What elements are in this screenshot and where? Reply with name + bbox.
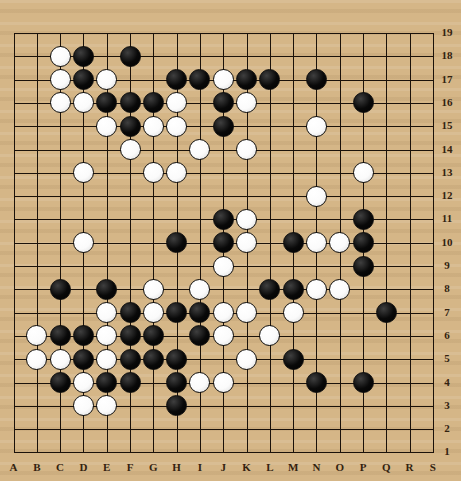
column-label-C: C <box>50 461 70 473</box>
stone-black-H4 <box>166 372 187 393</box>
stone-white-E15 <box>96 116 117 137</box>
stone-white-B6 <box>26 325 47 346</box>
stone-white-J6 <box>213 325 234 346</box>
stone-white-K14 <box>236 139 257 160</box>
stone-white-N12 <box>306 186 327 207</box>
grid-line-horizontal <box>14 452 434 453</box>
stone-white-G15 <box>143 116 164 137</box>
stone-black-H7 <box>166 302 187 323</box>
row-label-9: 9 <box>438 259 456 271</box>
row-label-2: 2 <box>438 422 456 434</box>
stone-white-G7 <box>143 302 164 323</box>
go-board[interactable]: ABCDEFGHIJKLMNOPQRS 19181716151413121110… <box>0 0 461 481</box>
stone-black-P4 <box>353 372 374 393</box>
stone-white-J9 <box>213 256 234 277</box>
stone-white-E7 <box>96 302 117 323</box>
row-label-19: 19 <box>438 26 456 38</box>
stone-white-I8 <box>189 279 210 300</box>
grid-line-horizontal <box>14 429 434 430</box>
stone-black-I6 <box>189 325 210 346</box>
row-label-14: 14 <box>438 143 456 155</box>
stone-white-L6 <box>259 325 280 346</box>
row-label-8: 8 <box>438 282 456 294</box>
stone-black-L17 <box>259 69 280 90</box>
stone-white-F14 <box>120 139 141 160</box>
row-label-7: 7 <box>438 306 456 318</box>
stone-white-M7 <box>283 302 304 323</box>
column-label-P: P <box>353 461 373 473</box>
stone-white-H13 <box>166 162 187 183</box>
stone-white-J4 <box>213 372 234 393</box>
stone-black-P16 <box>353 92 374 113</box>
column-label-I: I <box>190 461 210 473</box>
stone-black-H10 <box>166 232 187 253</box>
stone-white-G13 <box>143 162 164 183</box>
stone-black-E8 <box>96 279 117 300</box>
grid-line-horizontal <box>14 196 434 197</box>
stone-white-P13 <box>353 162 374 183</box>
stone-black-F6 <box>120 325 141 346</box>
stone-white-K16 <box>236 92 257 113</box>
stone-white-N15 <box>306 116 327 137</box>
stone-white-D13 <box>73 162 94 183</box>
stone-black-F15 <box>120 116 141 137</box>
stone-white-C5 <box>50 349 71 370</box>
stone-white-K10 <box>236 232 257 253</box>
stone-black-D18 <box>73 46 94 67</box>
column-label-D: D <box>73 461 93 473</box>
grid-line-vertical <box>386 33 387 453</box>
grid-line-horizontal <box>14 150 434 151</box>
stone-white-O10 <box>329 232 350 253</box>
column-label-J: J <box>213 461 233 473</box>
stone-white-K11 <box>236 209 257 230</box>
stone-black-H5 <box>166 349 187 370</box>
row-label-4: 4 <box>438 376 456 388</box>
stone-black-Q7 <box>376 302 397 323</box>
grid-line-vertical <box>410 33 411 453</box>
stone-white-N8 <box>306 279 327 300</box>
stone-white-I14 <box>189 139 210 160</box>
stone-white-D4 <box>73 372 94 393</box>
stone-black-G16 <box>143 92 164 113</box>
stone-white-E17 <box>96 69 117 90</box>
stone-black-J10 <box>213 232 234 253</box>
grid-line-vertical <box>270 33 271 453</box>
stone-black-K17 <box>236 69 257 90</box>
row-label-3: 3 <box>438 399 456 411</box>
stone-black-E16 <box>96 92 117 113</box>
stone-white-C16 <box>50 92 71 113</box>
column-label-S: S <box>423 461 443 473</box>
column-label-H: H <box>167 461 187 473</box>
stone-black-F16 <box>120 92 141 113</box>
stone-white-D10 <box>73 232 94 253</box>
row-label-18: 18 <box>438 49 456 61</box>
stone-white-J17 <box>213 69 234 90</box>
stone-white-H16 <box>166 92 187 113</box>
stone-black-J15 <box>213 116 234 137</box>
stone-black-H3 <box>166 395 187 416</box>
stone-black-M8 <box>283 279 304 300</box>
grid-line-horizontal <box>14 33 434 34</box>
stone-white-E3 <box>96 395 117 416</box>
stone-white-J7 <box>213 302 234 323</box>
column-label-K: K <box>237 461 257 473</box>
stone-white-B5 <box>26 349 47 370</box>
stone-black-F18 <box>120 46 141 67</box>
stone-white-K7 <box>236 302 257 323</box>
stone-black-C6 <box>50 325 71 346</box>
stone-white-N10 <box>306 232 327 253</box>
stone-black-M5 <box>283 349 304 370</box>
row-label-15: 15 <box>438 119 456 131</box>
stone-black-N17 <box>306 69 327 90</box>
row-label-17: 17 <box>438 73 456 85</box>
stone-black-M10 <box>283 232 304 253</box>
stone-black-G5 <box>143 349 164 370</box>
stone-white-D3 <box>73 395 94 416</box>
stone-black-H17 <box>166 69 187 90</box>
stone-black-D6 <box>73 325 94 346</box>
row-label-10: 10 <box>438 236 456 248</box>
stone-black-E4 <box>96 372 117 393</box>
stone-white-E5 <box>96 349 117 370</box>
column-label-L: L <box>260 461 280 473</box>
column-label-O: O <box>330 461 350 473</box>
stone-black-D17 <box>73 69 94 90</box>
stone-white-K5 <box>236 349 257 370</box>
stone-black-C8 <box>50 279 71 300</box>
column-label-R: R <box>400 461 420 473</box>
row-label-11: 11 <box>438 212 456 224</box>
row-label-1: 1 <box>438 445 456 457</box>
column-label-Q: Q <box>376 461 396 473</box>
stone-black-L8 <box>259 279 280 300</box>
stone-black-G6 <box>143 325 164 346</box>
stone-white-C18 <box>50 46 71 67</box>
stone-black-I7 <box>189 302 210 323</box>
column-label-A: A <box>4 461 24 473</box>
stone-black-J16 <box>213 92 234 113</box>
column-label-M: M <box>283 461 303 473</box>
stone-black-P11 <box>353 209 374 230</box>
column-label-E: E <box>97 461 117 473</box>
stone-white-D16 <box>73 92 94 113</box>
stone-white-E6 <box>96 325 117 346</box>
stone-black-F5 <box>120 349 141 370</box>
stone-black-J11 <box>213 209 234 230</box>
row-label-5: 5 <box>438 352 456 364</box>
stone-white-H15 <box>166 116 187 137</box>
stone-black-P9 <box>353 256 374 277</box>
row-label-13: 13 <box>438 166 456 178</box>
stone-black-I17 <box>189 69 210 90</box>
row-label-6: 6 <box>438 329 456 341</box>
grid-line-vertical <box>433 33 434 453</box>
stone-black-D5 <box>73 349 94 370</box>
stone-black-P10 <box>353 232 374 253</box>
column-label-F: F <box>120 461 140 473</box>
stone-black-N4 <box>306 372 327 393</box>
stone-black-F4 <box>120 372 141 393</box>
grid-line-horizontal <box>14 289 434 290</box>
column-label-N: N <box>306 461 326 473</box>
stone-white-O8 <box>329 279 350 300</box>
row-label-16: 16 <box>438 96 456 108</box>
stone-white-C17 <box>50 69 71 90</box>
column-label-G: G <box>143 461 163 473</box>
stone-white-I4 <box>189 372 210 393</box>
row-label-12: 12 <box>438 189 456 201</box>
stone-black-F7 <box>120 302 141 323</box>
column-label-B: B <box>27 461 47 473</box>
stone-white-G8 <box>143 279 164 300</box>
stone-black-C4 <box>50 372 71 393</box>
